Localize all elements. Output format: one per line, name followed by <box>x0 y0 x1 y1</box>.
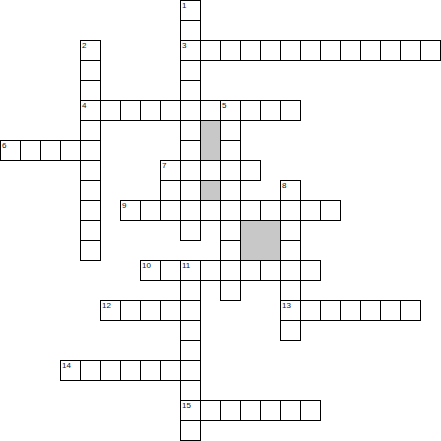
grid-cell[interactable] <box>180 160 201 181</box>
grid-cell[interactable] <box>380 40 401 61</box>
grid-cell[interactable] <box>320 300 341 321</box>
grid-cell[interactable]: 8 <box>280 180 301 201</box>
grid-cell[interactable] <box>220 120 241 141</box>
grid-cell[interactable] <box>160 360 181 381</box>
grid-cell[interactable] <box>80 200 101 221</box>
grid-cell[interactable]: 2 <box>80 40 101 61</box>
grid-cell[interactable]: 4 <box>80 100 101 121</box>
grid-cell[interactable] <box>260 40 281 61</box>
clue-number: 1 <box>182 1 186 10</box>
grid-cell[interactable] <box>280 200 301 221</box>
grid-cell[interactable] <box>260 400 281 421</box>
grid-cell[interactable] <box>300 40 321 61</box>
grid-cell[interactable] <box>180 360 201 381</box>
grid-cell[interactable] <box>20 140 41 161</box>
grid-cell[interactable] <box>360 300 381 321</box>
grid-cell[interactable] <box>200 200 221 221</box>
grid-cell[interactable] <box>280 240 301 261</box>
grid-cell[interactable] <box>220 180 241 201</box>
grid-cell[interactable] <box>240 40 261 61</box>
grid-cell[interactable]: 10 <box>140 260 161 281</box>
grid-cell[interactable] <box>240 160 261 181</box>
grid-cell[interactable] <box>360 40 381 61</box>
clue-number: 12 <box>102 301 111 310</box>
blocked-cell <box>200 120 221 141</box>
grid-cell[interactable] <box>260 260 281 281</box>
grid-cell[interactable] <box>280 220 301 241</box>
clue-number: 7 <box>162 161 166 170</box>
grid-cell[interactable] <box>400 40 421 61</box>
grid-cell[interactable] <box>160 100 181 121</box>
grid-cell[interactable] <box>220 280 241 301</box>
grid-cell[interactable] <box>180 320 201 341</box>
grid-cell[interactable] <box>420 40 441 61</box>
grid-cell[interactable] <box>220 220 241 241</box>
grid-cell[interactable] <box>300 200 321 221</box>
grid-cell[interactable] <box>220 160 241 181</box>
grid-cell[interactable] <box>180 20 201 41</box>
grid-cell[interactable] <box>180 200 201 221</box>
grid-cell[interactable] <box>200 260 221 281</box>
grid-cell[interactable] <box>140 300 161 321</box>
grid-cell[interactable] <box>80 240 101 261</box>
grid-cell[interactable] <box>180 100 201 121</box>
grid-cell[interactable] <box>260 200 281 221</box>
grid-cell[interactable] <box>180 420 201 441</box>
grid-cell[interactable] <box>80 160 101 181</box>
grid-cell[interactable] <box>320 40 341 61</box>
grid-cell[interactable] <box>220 400 241 421</box>
grid-cell[interactable] <box>80 120 101 141</box>
grid-cell[interactable] <box>300 300 321 321</box>
clue-number: 6 <box>2 141 6 150</box>
grid-cell[interactable] <box>160 200 181 221</box>
grid-cell[interactable] <box>180 340 201 361</box>
grid-cell[interactable] <box>280 100 301 121</box>
grid-cell[interactable] <box>380 300 401 321</box>
grid-cell[interactable] <box>80 140 101 161</box>
clue-number: 4 <box>82 101 86 110</box>
clue-number: 9 <box>122 201 126 210</box>
grid-cell[interactable] <box>180 80 201 101</box>
grid-cell[interactable] <box>160 260 181 281</box>
grid-cell[interactable] <box>140 360 161 381</box>
grid-cell[interactable] <box>220 200 241 221</box>
grid-cell[interactable] <box>200 160 221 181</box>
grid-cell[interactable] <box>240 100 261 121</box>
grid-cell[interactable] <box>180 380 201 401</box>
grid-cell[interactable] <box>160 300 181 321</box>
grid-cell[interactable] <box>120 300 141 321</box>
grid-cell[interactable] <box>240 260 261 281</box>
grid-cell[interactable] <box>100 100 121 121</box>
grid-cell[interactable] <box>80 180 101 201</box>
grid-cell[interactable] <box>220 240 241 261</box>
grid-cell[interactable]: 15 <box>180 400 201 421</box>
grid-cell[interactable] <box>140 100 161 121</box>
blocked-cell <box>260 220 281 241</box>
grid-cell[interactable] <box>40 140 61 161</box>
blocked-cell <box>260 240 281 261</box>
grid-cell[interactable] <box>200 100 221 121</box>
clue-number: 10 <box>142 261 151 270</box>
grid-cell[interactable] <box>200 40 221 61</box>
grid-cell[interactable] <box>180 60 201 81</box>
grid-cell[interactable]: 3 <box>180 40 201 61</box>
grid-cell[interactable]: 1 <box>180 0 201 21</box>
grid-cell[interactable] <box>80 60 101 81</box>
clue-number: 15 <box>182 401 191 410</box>
grid-cell[interactable] <box>280 40 301 61</box>
grid-cell[interactable] <box>340 300 361 321</box>
grid-cell[interactable] <box>280 400 301 421</box>
grid-cell[interactable] <box>140 200 161 221</box>
clue-number: 8 <box>282 181 286 190</box>
grid-cell[interactable]: 7 <box>160 160 181 181</box>
grid-cell[interactable] <box>300 260 321 281</box>
grid-cell[interactable] <box>340 40 361 61</box>
grid-cell[interactable]: 13 <box>280 300 301 321</box>
grid-cell[interactable] <box>100 360 121 381</box>
grid-cell[interactable] <box>60 140 81 161</box>
grid-cell[interactable] <box>220 140 241 161</box>
grid-cell[interactable] <box>220 40 241 61</box>
clue-number: 2 <box>82 41 86 50</box>
clue-number: 3 <box>182 41 186 50</box>
grid-cell[interactable] <box>280 320 301 341</box>
grid-cell[interactable] <box>180 180 201 201</box>
grid-cell[interactable]: 5 <box>220 100 241 121</box>
grid-cell[interactable] <box>80 360 101 381</box>
grid-cell[interactable] <box>180 220 201 241</box>
blocked-cell <box>240 220 261 241</box>
grid-cell[interactable]: 12 <box>100 300 121 321</box>
grid-cell[interactable] <box>80 220 101 241</box>
grid-cell[interactable] <box>180 140 201 161</box>
grid-cell[interactable] <box>220 260 241 281</box>
grid-cell[interactable] <box>260 100 281 121</box>
grid-cell[interactable]: 14 <box>60 360 81 381</box>
grid-cell[interactable]: 6 <box>0 140 21 161</box>
clue-number: 5 <box>222 101 226 110</box>
grid-cell[interactable]: 11 <box>180 260 201 281</box>
clue-number: 14 <box>62 361 71 370</box>
grid-cell[interactable] <box>180 300 201 321</box>
grid-cell[interactable] <box>400 300 421 321</box>
clue-number: 11 <box>182 261 190 270</box>
grid-cell[interactable] <box>120 360 141 381</box>
grid-cell[interactable] <box>200 400 221 421</box>
blocked-cell <box>200 140 221 161</box>
grid-cell[interactable] <box>80 80 101 101</box>
crossword-board: 123456789101112131415 <box>0 0 441 441</box>
grid-cell[interactable] <box>180 120 201 141</box>
grid-cell[interactable] <box>180 280 201 301</box>
grid-cell[interactable] <box>240 400 261 421</box>
grid-cell[interactable] <box>280 280 301 301</box>
grid-cell[interactable] <box>120 100 141 121</box>
blocked-cell <box>240 240 261 261</box>
grid-cell[interactable] <box>160 180 181 201</box>
grid-cell[interactable] <box>240 200 261 221</box>
grid-cell[interactable] <box>320 200 341 221</box>
grid-cell[interactable]: 9 <box>120 200 141 221</box>
blocked-cell <box>200 180 221 201</box>
clue-number: 13 <box>282 301 291 310</box>
grid-cell[interactable] <box>300 400 321 421</box>
grid-cell[interactable] <box>280 260 301 281</box>
